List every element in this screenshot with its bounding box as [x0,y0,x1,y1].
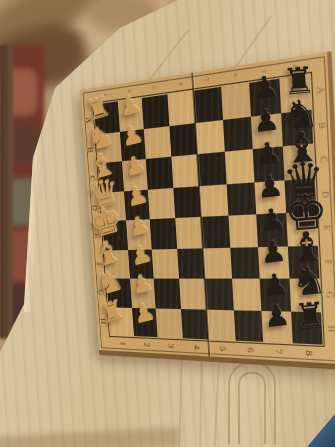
piece-black-pawn[interactable]: ♟ [257,204,287,237]
piece-white-pawn[interactable]: ♟ [127,241,154,270]
piece-black-pawn[interactable]: ♟ [253,138,283,171]
piece-white-pawn[interactable]: ♟ [125,212,152,241]
piece-white-pawn[interactable]: ♟ [119,122,146,151]
piece-white-pawn[interactable]: ♟ [123,182,150,211]
photo-scene: 1122334455667788AABBCCDDEEFFGGHH ♜♞♝♛♚♝♞… [0,0,335,447]
piece-white-pawn[interactable]: ♟ [121,152,148,181]
piece-white-rook[interactable]: ♜ [97,296,128,329]
piece-black-pawn[interactable]: ♟ [251,104,281,137]
piece-black-pawn[interactable]: ♟ [255,171,285,204]
piece-white-pawn[interactable]: ♟ [117,92,145,121]
piece-black-rook[interactable]: ♜ [293,297,328,335]
piece-black-pawn[interactable]: ♟ [250,71,280,104]
piece-black-pawn[interactable]: ♟ [262,300,292,332]
piece-white-pawn[interactable]: ♟ [129,270,156,299]
piece-black-pawn[interactable]: ♟ [260,268,290,300]
piece-black-pawn[interactable]: ♟ [258,236,288,269]
pieces-layer: ♜♞♝♛♚♝♞♜♟♟♟♟♟♟♟♟♟♟♟♟♟♟♟♟♜♞♝♛♚♝♞♜ [0,0,335,447]
piece-white-pawn[interactable]: ♟ [131,299,158,328]
